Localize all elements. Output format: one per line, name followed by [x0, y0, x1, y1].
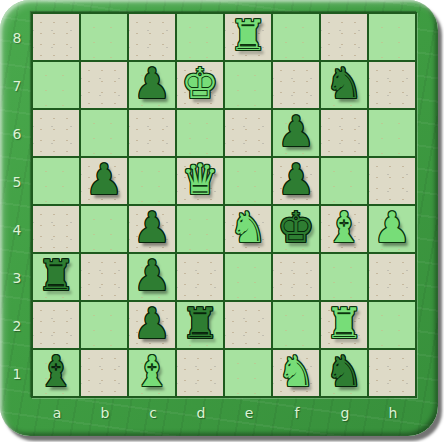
- square-e5[interactable]: [225, 158, 271, 204]
- square-a8[interactable]: [33, 14, 79, 60]
- square-g7[interactable]: ♞: [321, 62, 367, 108]
- rank-label-3: 3: [4, 254, 30, 302]
- piece-black-pawn-f6[interactable]: ♟: [273, 110, 319, 156]
- piece-black-pawn-c7[interactable]: ♟: [129, 62, 175, 108]
- board-frame: 87654321 ♜♟♚♞♟♟♛♟♟♞♚♝♟♜♟♟♜♜♝♝♞♞ abcdefgh: [0, 0, 438, 436]
- file-label-g: g: [321, 398, 369, 428]
- piece-black-bishop-a1[interactable]: ♝: [33, 350, 79, 396]
- square-h2[interactable]: [369, 302, 415, 348]
- square-b1[interactable]: [81, 350, 127, 396]
- square-a6[interactable]: [33, 110, 79, 156]
- rank-labels: 87654321: [4, 14, 30, 398]
- piece-black-king-f4[interactable]: ♚: [273, 206, 319, 252]
- chess-board: ♜♟♚♞♟♟♛♟♟♞♚♝♟♜♟♟♜♜♝♝♞♞: [31, 12, 417, 398]
- square-a1[interactable]: ♝: [33, 350, 79, 396]
- square-b5[interactable]: ♟: [81, 158, 127, 204]
- file-label-e: e: [225, 398, 273, 428]
- piece-white-rook-e8[interactable]: ♜: [225, 14, 271, 60]
- square-e7[interactable]: [225, 62, 271, 108]
- square-h4[interactable]: ♟: [369, 206, 415, 252]
- square-f7[interactable]: [273, 62, 319, 108]
- square-c2[interactable]: ♟: [129, 302, 175, 348]
- rank-label-7: 7: [4, 62, 30, 110]
- piece-black-knight-g7[interactable]: ♞: [321, 62, 367, 108]
- square-c8[interactable]: [129, 14, 175, 60]
- rank-label-2: 2: [4, 302, 30, 350]
- square-g2[interactable]: ♜: [321, 302, 367, 348]
- piece-white-bishop-g4[interactable]: ♝: [321, 206, 367, 252]
- piece-white-queen-d5[interactable]: ♛: [177, 158, 223, 204]
- square-e4[interactable]: ♞: [225, 206, 271, 252]
- square-f2[interactable]: [273, 302, 319, 348]
- piece-black-knight-g1[interactable]: ♞: [321, 350, 367, 396]
- square-h7[interactable]: [369, 62, 415, 108]
- piece-black-pawn-c4[interactable]: ♟: [129, 206, 175, 252]
- square-c5[interactable]: [129, 158, 175, 204]
- square-d4[interactable]: [177, 206, 223, 252]
- square-a4[interactable]: [33, 206, 79, 252]
- square-f1[interactable]: ♞: [273, 350, 319, 396]
- piece-black-pawn-c2[interactable]: ♟: [129, 302, 175, 348]
- file-label-b: b: [81, 398, 129, 428]
- rank-label-5: 5: [4, 158, 30, 206]
- square-g3[interactable]: [321, 254, 367, 300]
- square-h3[interactable]: [369, 254, 415, 300]
- square-d7[interactable]: ♚: [177, 62, 223, 108]
- square-d6[interactable]: [177, 110, 223, 156]
- square-h5[interactable]: [369, 158, 415, 204]
- square-f4[interactable]: ♚: [273, 206, 319, 252]
- square-b4[interactable]: [81, 206, 127, 252]
- piece-black-pawn-b5[interactable]: ♟: [81, 158, 127, 204]
- rank-label-6: 6: [4, 110, 30, 158]
- square-h1[interactable]: [369, 350, 415, 396]
- square-d8[interactable]: [177, 14, 223, 60]
- square-c6[interactable]: [129, 110, 175, 156]
- file-label-f: f: [273, 398, 321, 428]
- piece-black-pawn-f5[interactable]: ♟: [273, 158, 319, 204]
- piece-black-rook-d2[interactable]: ♜: [177, 302, 223, 348]
- square-f8[interactable]: [273, 14, 319, 60]
- square-a5[interactable]: [33, 158, 79, 204]
- piece-black-rook-a3[interactable]: ♜: [33, 254, 79, 300]
- square-e8[interactable]: ♜: [225, 14, 271, 60]
- square-b6[interactable]: [81, 110, 127, 156]
- piece-black-pawn-c3[interactable]: ♟: [129, 254, 175, 300]
- piece-white-pawn-h4[interactable]: ♟: [369, 206, 415, 252]
- square-h8[interactable]: [369, 14, 415, 60]
- square-e3[interactable]: [225, 254, 271, 300]
- square-g8[interactable]: [321, 14, 367, 60]
- file-label-d: d: [177, 398, 225, 428]
- piece-white-knight-f1[interactable]: ♞: [273, 350, 319, 396]
- square-f5[interactable]: ♟: [273, 158, 319, 204]
- square-e6[interactable]: [225, 110, 271, 156]
- file-label-c: c: [129, 398, 177, 428]
- square-g4[interactable]: ♝: [321, 206, 367, 252]
- square-a3[interactable]: ♜: [33, 254, 79, 300]
- square-b8[interactable]: [81, 14, 127, 60]
- square-c3[interactable]: ♟: [129, 254, 175, 300]
- square-c4[interactable]: ♟: [129, 206, 175, 252]
- square-d1[interactable]: [177, 350, 223, 396]
- square-d5[interactable]: ♛: [177, 158, 223, 204]
- square-f3[interactable]: [273, 254, 319, 300]
- square-b7[interactable]: [81, 62, 127, 108]
- square-a2[interactable]: [33, 302, 79, 348]
- file-label-a: a: [33, 398, 81, 428]
- square-b3[interactable]: [81, 254, 127, 300]
- square-g6[interactable]: [321, 110, 367, 156]
- rank-label-1: 1: [4, 350, 30, 398]
- square-c1[interactable]: ♝: [129, 350, 175, 396]
- square-h6[interactable]: [369, 110, 415, 156]
- file-label-h: h: [369, 398, 417, 428]
- rank-label-4: 4: [4, 206, 30, 254]
- piece-white-king-d7[interactable]: ♚: [177, 62, 223, 108]
- square-b2[interactable]: [81, 302, 127, 348]
- piece-white-rook-g2[interactable]: ♜: [321, 302, 367, 348]
- square-c7[interactable]: ♟: [129, 62, 175, 108]
- piece-white-knight-e4[interactable]: ♞: [225, 206, 271, 252]
- square-g5[interactable]: [321, 158, 367, 204]
- square-d3[interactable]: [177, 254, 223, 300]
- square-f6[interactable]: ♟: [273, 110, 319, 156]
- piece-white-bishop-c1[interactable]: ♝: [129, 350, 175, 396]
- file-labels: abcdefgh: [33, 398, 417, 428]
- square-g1[interactable]: ♞: [321, 350, 367, 396]
- rank-label-8: 8: [4, 14, 30, 62]
- square-d2[interactable]: ♜: [177, 302, 223, 348]
- square-a7[interactable]: [33, 62, 79, 108]
- square-e1[interactable]: [225, 350, 271, 396]
- square-e2[interactable]: [225, 302, 271, 348]
